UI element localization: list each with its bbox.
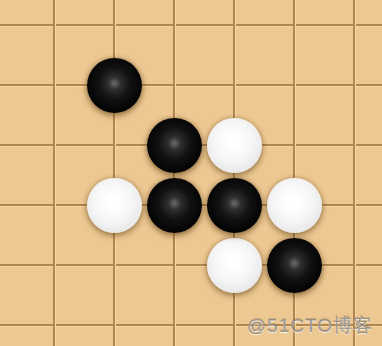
stone-white <box>207 118 262 173</box>
stone-white <box>267 178 322 233</box>
board-grid[interactable]: @51CTO博客 <box>0 0 382 346</box>
stone-black <box>87 58 142 113</box>
stone-white <box>207 238 262 293</box>
stone-black <box>147 118 202 173</box>
stone-black <box>147 178 202 233</box>
stone-black <box>267 238 322 293</box>
stone-black <box>207 178 262 233</box>
watermark: @51CTO博客 <box>247 313 373 339</box>
stone-white <box>87 178 142 233</box>
